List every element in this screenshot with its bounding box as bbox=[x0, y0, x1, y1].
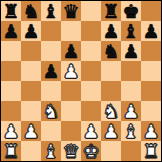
square-b1[interactable] bbox=[21, 141, 41, 161]
piece-black-pawn[interactable]: ♟ bbox=[142, 21, 159, 41]
square-h3[interactable] bbox=[141, 101, 161, 121]
square-e5[interactable] bbox=[81, 61, 101, 81]
piece-black-knight[interactable]: ♞ bbox=[102, 41, 119, 61]
square-d7[interactable] bbox=[61, 21, 81, 41]
square-a2[interactable]: ♟ bbox=[1, 121, 21, 141]
piece-black-rook[interactable]: ♜ bbox=[2, 1, 19, 21]
square-e3[interactable] bbox=[81, 101, 101, 121]
square-a7[interactable]: ♟ bbox=[1, 21, 21, 41]
square-g6[interactable]: ♟ bbox=[121, 41, 141, 61]
square-e6[interactable] bbox=[81, 41, 101, 61]
square-h8[interactable] bbox=[141, 1, 161, 21]
piece-white-pawn[interactable]: ♟ bbox=[122, 101, 139, 121]
square-c2[interactable] bbox=[41, 121, 61, 141]
square-f8[interactable]: ♜ bbox=[101, 1, 121, 21]
piece-white-bishop[interactable]: ♝ bbox=[122, 121, 139, 141]
piece-white-queen[interactable]: ♛ bbox=[62, 141, 79, 161]
piece-black-queen[interactable]: ♛ bbox=[62, 1, 79, 21]
square-h1[interactable]: ♜ bbox=[141, 141, 161, 161]
square-c7[interactable] bbox=[41, 21, 61, 41]
square-d4[interactable] bbox=[61, 81, 81, 101]
square-a5[interactable] bbox=[1, 61, 21, 81]
square-h5[interactable] bbox=[141, 61, 161, 81]
square-g3[interactable]: ♟ bbox=[121, 101, 141, 121]
square-e2[interactable]: ♟ bbox=[81, 121, 101, 141]
piece-white-rook[interactable]: ♜ bbox=[142, 141, 159, 161]
square-h4[interactable] bbox=[141, 81, 161, 101]
board-frame: ♜♞♝♛♜♚♟♟♟♝♟♟♞♟♟♟♞♞♟♟♟♟♟♝♟♜♝♛♚♜ bbox=[0, 0, 162, 162]
square-g7[interactable]: ♝ bbox=[121, 21, 141, 41]
square-f1[interactable] bbox=[101, 141, 121, 161]
piece-white-rook[interactable]: ♜ bbox=[2, 141, 19, 161]
square-d8[interactable]: ♛ bbox=[61, 1, 81, 21]
piece-black-pawn[interactable]: ♟ bbox=[102, 21, 119, 41]
piece-black-bishop[interactable]: ♝ bbox=[122, 21, 139, 41]
square-a6[interactable] bbox=[1, 41, 21, 61]
square-g5[interactable] bbox=[121, 61, 141, 81]
square-d5[interactable]: ♟ bbox=[61, 61, 81, 81]
piece-white-king[interactable]: ♚ bbox=[82, 141, 99, 161]
square-e7[interactable] bbox=[81, 21, 101, 41]
square-f3[interactable]: ♞ bbox=[101, 101, 121, 121]
square-f5[interactable] bbox=[101, 61, 121, 81]
square-b3[interactable] bbox=[21, 101, 41, 121]
piece-white-pawn[interactable]: ♟ bbox=[82, 121, 99, 141]
piece-white-pawn[interactable]: ♟ bbox=[142, 121, 159, 141]
piece-black-pawn[interactable]: ♟ bbox=[122, 41, 139, 61]
square-d3[interactable] bbox=[61, 101, 81, 121]
piece-black-rook[interactable]: ♜ bbox=[102, 1, 119, 21]
piece-black-pawn[interactable]: ♟ bbox=[2, 21, 19, 41]
chess-board: ♜♞♝♛♜♚♟♟♟♝♟♟♞♟♟♟♞♞♟♟♟♟♟♝♟♜♝♛♚♜ bbox=[1, 1, 161, 161]
square-b7[interactable]: ♟ bbox=[21, 21, 41, 41]
square-c6[interactable] bbox=[41, 41, 61, 61]
square-a1[interactable]: ♜ bbox=[1, 141, 21, 161]
square-f4[interactable] bbox=[101, 81, 121, 101]
square-b6[interactable] bbox=[21, 41, 41, 61]
square-f2[interactable]: ♟ bbox=[101, 121, 121, 141]
square-f7[interactable]: ♟ bbox=[101, 21, 121, 41]
square-h2[interactable]: ♟ bbox=[141, 121, 161, 141]
square-c5[interactable]: ♟ bbox=[41, 61, 61, 81]
piece-black-bishop[interactable]: ♝ bbox=[42, 1, 59, 21]
square-d2[interactable] bbox=[61, 121, 81, 141]
piece-black-king[interactable]: ♚ bbox=[122, 1, 139, 21]
square-c3[interactable]: ♞ bbox=[41, 101, 61, 121]
square-d6[interactable]: ♟ bbox=[61, 41, 81, 61]
piece-black-pawn[interactable]: ♟ bbox=[42, 61, 59, 81]
square-g4[interactable] bbox=[121, 81, 141, 101]
square-a4[interactable] bbox=[1, 81, 21, 101]
piece-black-pawn[interactable]: ♟ bbox=[62, 41, 79, 61]
square-h7[interactable]: ♟ bbox=[141, 21, 161, 41]
piece-white-pawn[interactable]: ♟ bbox=[102, 121, 119, 141]
square-g8[interactable]: ♚ bbox=[121, 1, 141, 21]
square-e1[interactable]: ♚ bbox=[81, 141, 101, 161]
piece-white-pawn[interactable]: ♟ bbox=[62, 61, 79, 81]
square-a3[interactable] bbox=[1, 101, 21, 121]
square-f6[interactable]: ♞ bbox=[101, 41, 121, 61]
piece-white-knight[interactable]: ♞ bbox=[42, 101, 59, 121]
square-c8[interactable]: ♝ bbox=[41, 1, 61, 21]
square-b8[interactable]: ♞ bbox=[21, 1, 41, 21]
piece-white-pawn[interactable]: ♟ bbox=[22, 121, 39, 141]
square-b5[interactable] bbox=[21, 61, 41, 81]
square-e8[interactable] bbox=[81, 1, 101, 21]
piece-white-pawn[interactable]: ♟ bbox=[2, 121, 19, 141]
square-h6[interactable] bbox=[141, 41, 161, 61]
square-b4[interactable] bbox=[21, 81, 41, 101]
piece-white-knight[interactable]: ♞ bbox=[102, 101, 119, 121]
square-e4[interactable] bbox=[81, 81, 101, 101]
square-c4[interactable] bbox=[41, 81, 61, 101]
square-c1[interactable]: ♝ bbox=[41, 141, 61, 161]
square-b2[interactable]: ♟ bbox=[21, 121, 41, 141]
piece-black-knight[interactable]: ♞ bbox=[22, 1, 39, 21]
square-a8[interactable]: ♜ bbox=[1, 1, 21, 21]
piece-black-pawn[interactable]: ♟ bbox=[22, 21, 39, 41]
square-g2[interactable]: ♝ bbox=[121, 121, 141, 141]
square-d1[interactable]: ♛ bbox=[61, 141, 81, 161]
square-g1[interactable] bbox=[121, 141, 141, 161]
piece-white-bishop[interactable]: ♝ bbox=[42, 141, 59, 161]
